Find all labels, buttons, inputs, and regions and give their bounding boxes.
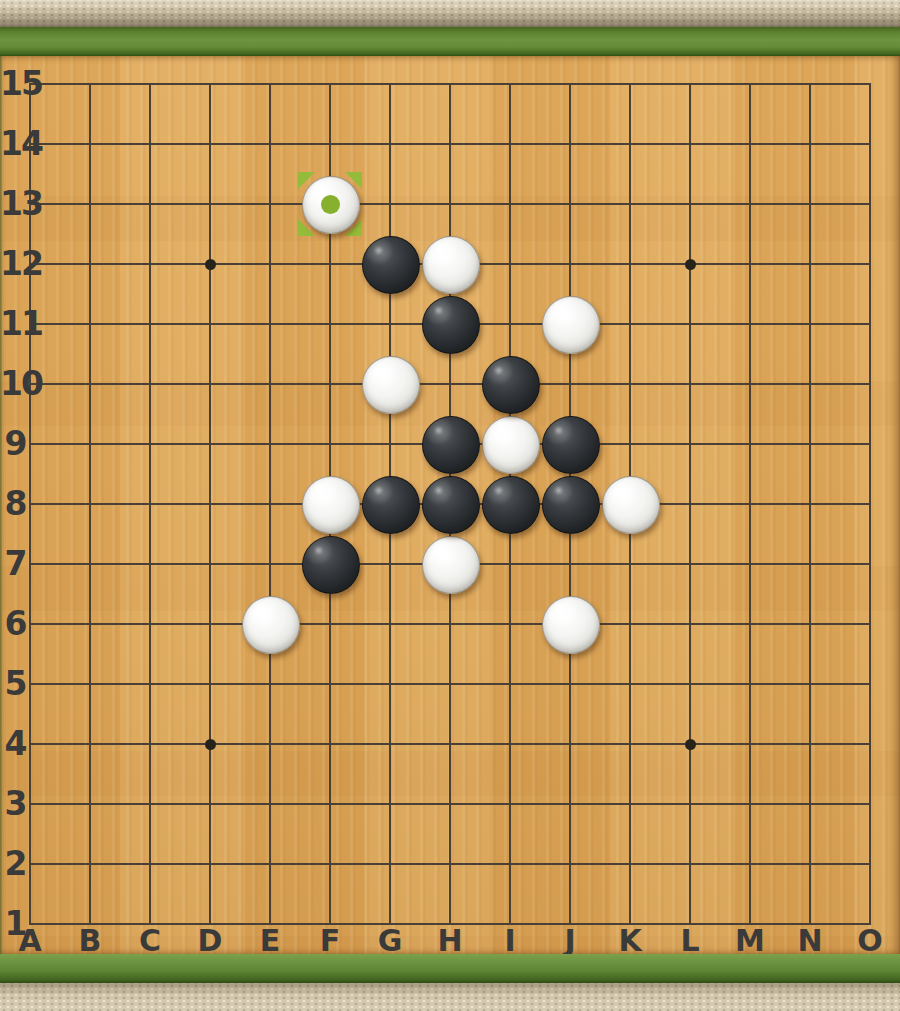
grid-line-horizontal <box>29 863 871 865</box>
col-label: L <box>670 926 710 956</box>
stone-black <box>422 476 480 534</box>
stone-white <box>482 416 540 474</box>
star-point <box>205 739 216 750</box>
col-label: D <box>190 926 230 956</box>
grid-line-vertical <box>689 83 691 925</box>
stone-white <box>602 476 660 534</box>
grid-line-horizontal <box>29 623 871 625</box>
col-label: N <box>790 926 830 956</box>
row-label: 2 <box>0 846 30 882</box>
stone-white <box>242 596 300 654</box>
mat-band-bottom <box>0 983 900 1011</box>
grid-line-horizontal <box>29 803 871 805</box>
row-label: 14 <box>0 126 30 162</box>
col-label: C <box>130 926 170 956</box>
grid-line-vertical <box>809 83 811 925</box>
stone-black <box>482 476 540 534</box>
row-label: 13 <box>0 186 30 222</box>
row-label: 7 <box>0 546 30 582</box>
grid-line-horizontal <box>29 743 871 745</box>
col-label: A <box>10 926 50 956</box>
col-label: F <box>310 926 350 956</box>
stone-black <box>422 296 480 354</box>
stone-black <box>362 476 420 534</box>
stone-white <box>362 356 420 414</box>
row-label: 5 <box>0 666 30 702</box>
star-point <box>205 259 216 270</box>
stone-white <box>542 596 600 654</box>
stone-black <box>542 476 600 534</box>
green-frame-top <box>0 27 900 56</box>
row-label: 6 <box>0 606 30 642</box>
col-label: H <box>430 926 470 956</box>
gomoku-app-screen: 151413121110987654321ABCDEFGHIJKLMNO <box>0 0 900 1011</box>
col-label: G <box>370 926 410 956</box>
stone-black <box>362 236 420 294</box>
stone-white <box>422 536 480 594</box>
stone-white <box>302 476 360 534</box>
row-label: 4 <box>0 726 30 762</box>
star-point <box>685 259 696 270</box>
row-label: 10 <box>0 366 30 402</box>
col-label: E <box>250 926 290 956</box>
stone-white <box>542 296 600 354</box>
col-label: M <box>730 926 770 956</box>
row-label: 12 <box>0 246 30 282</box>
board[interactable]: 151413121110987654321ABCDEFGHIJKLMNO <box>0 56 900 954</box>
row-label: 9 <box>0 426 30 462</box>
col-label: O <box>850 926 890 956</box>
stone-black <box>542 416 600 474</box>
stone-black <box>422 416 480 474</box>
stone-black <box>302 536 360 594</box>
col-label: K <box>610 926 650 956</box>
green-frame-bottom <box>0 954 900 983</box>
col-label: J <box>550 926 590 956</box>
mat-band-top <box>0 0 900 27</box>
row-label: 8 <box>0 486 30 522</box>
col-label: B <box>70 926 110 956</box>
row-label: 15 <box>0 66 30 102</box>
row-label: 3 <box>0 786 30 822</box>
grid-line-horizontal <box>29 683 871 685</box>
star-point <box>685 739 696 750</box>
grid-line-vertical <box>749 83 751 925</box>
row-label: 11 <box>0 306 30 342</box>
col-label: I <box>490 926 530 956</box>
stone-black <box>482 356 540 414</box>
last-move-dot <box>321 195 340 214</box>
stone-white <box>422 236 480 294</box>
grid-line-vertical <box>869 83 871 925</box>
